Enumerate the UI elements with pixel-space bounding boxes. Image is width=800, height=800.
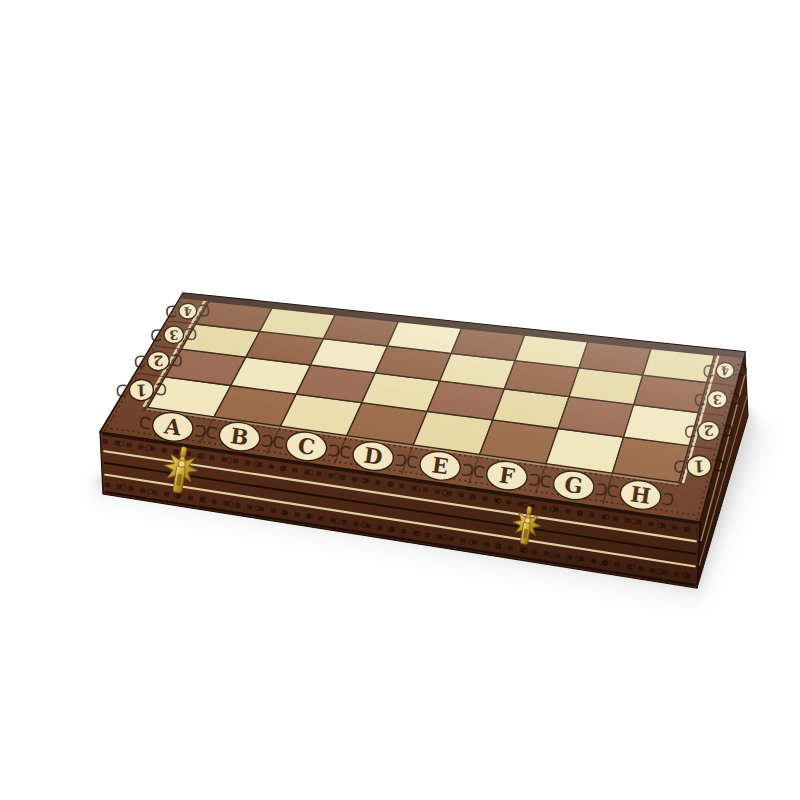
clasp-hook	[526, 506, 532, 514]
product-photo: ABCDEFGH11223344	[0, 0, 800, 800]
clasp-hook	[180, 447, 187, 457]
chessboard-box-photo: ABCDEFGH11223344	[0, 0, 800, 800]
